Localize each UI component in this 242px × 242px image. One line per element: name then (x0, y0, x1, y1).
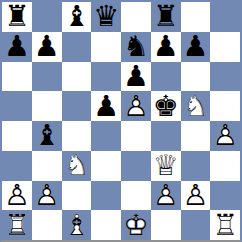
white-queen: ♛♕ (151, 151, 181, 181)
square-f7[interactable]: ♟ (151, 32, 181, 62)
square-c6[interactable] (62, 62, 92, 92)
black-pawn: ♟ (2, 32, 32, 62)
square-d6[interactable] (91, 62, 121, 92)
white-pawn-outline: ♙ (181, 181, 211, 211)
square-b1[interactable] (32, 210, 62, 240)
black-pawn: ♟ (181, 32, 211, 62)
square-a6[interactable] (2, 62, 32, 92)
square-c3[interactable]: ♞♘ (62, 151, 92, 181)
black-knight: ♞ (121, 32, 151, 62)
square-e4[interactable] (121, 121, 151, 151)
black-king: ♚ (151, 91, 181, 121)
square-b3[interactable] (32, 151, 62, 181)
square-e2[interactable] (121, 181, 151, 211)
white-knight: ♞♘ (181, 91, 211, 121)
white-knight-outline: ♘ (181, 91, 211, 121)
white-knight: ♞♘ (62, 151, 92, 181)
square-e3[interactable] (121, 151, 151, 181)
chess-board-container: ♜♝♛♜♟♟♞♟♟♟♟♟♙♚♞♘♝♟♙♞♘♛♕♟♙♟♙♟♙♟♙♜♖♝♗♚♔♜♖ (0, 0, 242, 242)
square-d4[interactable] (91, 121, 121, 151)
square-a5[interactable] (2, 91, 32, 121)
square-b7[interactable]: ♟ (32, 32, 62, 62)
square-d2[interactable] (91, 181, 121, 211)
chess-board: ♜♝♛♜♟♟♞♟♟♟♟♟♙♚♞♘♝♟♙♞♘♛♕♟♙♟♙♟♙♟♙♜♖♝♗♚♔♜♖ (0, 0, 242, 242)
square-f6[interactable] (151, 62, 181, 92)
white-rook: ♜♖ (2, 210, 32, 240)
black-rook: ♜ (151, 2, 181, 32)
square-c5[interactable] (62, 91, 92, 121)
square-d3[interactable] (91, 151, 121, 181)
square-e1[interactable]: ♚♔ (121, 210, 151, 240)
square-b6[interactable] (32, 62, 62, 92)
square-f8[interactable]: ♜ (151, 2, 181, 32)
black-bishop: ♝ (62, 2, 92, 32)
square-h2[interactable] (210, 181, 240, 211)
square-g1[interactable] (181, 210, 211, 240)
white-knight-outline: ♘ (62, 151, 92, 181)
square-h8[interactable] (210, 2, 240, 32)
square-g2[interactable]: ♟♙ (181, 181, 211, 211)
black-rook: ♜ (2, 2, 32, 32)
square-f3[interactable]: ♛♕ (151, 151, 181, 181)
white-rook: ♜♖ (210, 210, 240, 240)
black-pawn: ♟ (151, 32, 181, 62)
white-rook-outline: ♖ (2, 210, 32, 240)
square-a7[interactable]: ♟ (2, 32, 32, 62)
square-a1[interactable]: ♜♖ (2, 210, 32, 240)
square-d8[interactable]: ♛ (91, 2, 121, 32)
square-g5[interactable]: ♞♘ (181, 91, 211, 121)
square-h7[interactable] (210, 32, 240, 62)
square-c7[interactable] (62, 32, 92, 62)
white-pawn: ♟♙ (32, 181, 62, 211)
black-pawn: ♟ (32, 32, 62, 62)
square-g3[interactable] (181, 151, 211, 181)
square-g8[interactable] (181, 2, 211, 32)
square-a2[interactable]: ♟♙ (2, 181, 32, 211)
square-h1[interactable]: ♜♖ (210, 210, 240, 240)
square-b4[interactable]: ♝ (32, 121, 62, 151)
black-pawn: ♟ (121, 62, 151, 92)
square-h6[interactable] (210, 62, 240, 92)
square-e5[interactable]: ♟♙ (121, 91, 151, 121)
square-b5[interactable] (32, 91, 62, 121)
square-a4[interactable] (2, 121, 32, 151)
square-a3[interactable] (2, 151, 32, 181)
white-queen-outline: ♕ (151, 151, 181, 181)
white-pawn-outline: ♙ (210, 121, 240, 151)
white-pawn-outline: ♙ (32, 181, 62, 211)
square-g4[interactable] (181, 121, 211, 151)
white-pawn-outline: ♙ (121, 91, 151, 121)
white-pawn-outline: ♙ (151, 181, 181, 211)
square-f2[interactable]: ♟♙ (151, 181, 181, 211)
white-pawn: ♟♙ (151, 181, 181, 211)
white-bishop: ♝♗ (62, 210, 92, 240)
black-pawn: ♟ (91, 91, 121, 121)
white-king: ♚♔ (121, 210, 151, 240)
square-b8[interactable] (32, 2, 62, 32)
square-e8[interactable] (121, 2, 151, 32)
white-pawn: ♟♙ (121, 91, 151, 121)
square-a8[interactable]: ♜ (2, 2, 32, 32)
black-bishop: ♝ (32, 121, 62, 151)
white-pawn-outline: ♙ (2, 181, 32, 211)
square-c2[interactable] (62, 181, 92, 211)
square-h3[interactable] (210, 151, 240, 181)
white-king-outline: ♔ (121, 210, 151, 240)
black-queen: ♛ (91, 2, 121, 32)
square-c1[interactable]: ♝♗ (62, 210, 92, 240)
square-e7[interactable]: ♞ (121, 32, 151, 62)
square-d5[interactable]: ♟ (91, 91, 121, 121)
square-c4[interactable] (62, 121, 92, 151)
square-g6[interactable] (181, 62, 211, 92)
square-c8[interactable]: ♝ (62, 2, 92, 32)
square-g7[interactable]: ♟ (181, 32, 211, 62)
square-f5[interactable]: ♚ (151, 91, 181, 121)
square-f1[interactable] (151, 210, 181, 240)
white-pawn: ♟♙ (210, 121, 240, 151)
square-h4[interactable]: ♟♙ (210, 121, 240, 151)
white-pawn: ♟♙ (181, 181, 211, 211)
square-e6[interactable]: ♟ (121, 62, 151, 92)
square-d7[interactable] (91, 32, 121, 62)
white-pawn: ♟♙ (2, 181, 32, 211)
square-f4[interactable] (151, 121, 181, 151)
white-rook-outline: ♖ (210, 210, 240, 240)
square-d1[interactable] (91, 210, 121, 240)
square-h5[interactable] (210, 91, 240, 121)
white-bishop-outline: ♗ (62, 210, 92, 240)
square-b2[interactable]: ♟♙ (32, 181, 62, 211)
